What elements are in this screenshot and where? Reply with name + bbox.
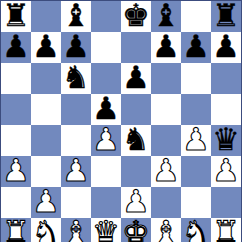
square-a3[interactable]: ♟ (1, 156, 31, 187)
square-d8[interactable] (91, 1, 121, 32)
square-b5[interactable] (31, 94, 61, 125)
piece-white-pawn[interactable]: ♟ (212, 155, 240, 186)
piece-white-pawn[interactable]: ♟ (62, 155, 90, 186)
piece-black-king[interactable]: ♚ (122, 0, 150, 31)
piece-black-pawn[interactable]: ♟ (2, 31, 30, 62)
square-h7[interactable]: ♟ (211, 32, 241, 63)
piece-white-rook[interactable]: ♜ (212, 217, 240, 242)
square-e6[interactable]: ♟ (121, 63, 151, 94)
piece-white-knight[interactable]: ♞ (32, 217, 60, 242)
square-b6[interactable] (31, 63, 61, 94)
piece-white-pawn[interactable]: ♟ (32, 186, 60, 217)
square-g3[interactable] (181, 156, 211, 187)
piece-white-pawn[interactable]: ♟ (122, 186, 150, 217)
square-f5[interactable] (151, 94, 181, 125)
square-b7[interactable]: ♟ (31, 32, 61, 63)
piece-black-queen[interactable]: ♛ (212, 124, 240, 155)
chess-board: ♜♝♚♝♜♟♟♟♟♟♟♞♟♟♟♞♟♛♟♟♟♟♟♟♜♞♝♛♚♝♞♜ (0, 0, 242, 242)
square-c3[interactable]: ♟ (61, 156, 91, 187)
square-h1[interactable]: ♜ (211, 218, 241, 242)
square-e8[interactable]: ♚ (121, 1, 151, 32)
piece-black-pawn[interactable]: ♟ (182, 31, 210, 62)
square-c1[interactable]: ♝ (61, 218, 91, 242)
square-d1[interactable]: ♛ (91, 218, 121, 242)
piece-white-pawn[interactable]: ♟ (2, 155, 30, 186)
square-d3[interactable] (91, 156, 121, 187)
square-c6[interactable]: ♞ (61, 63, 91, 94)
piece-black-bishop[interactable]: ♝ (152, 0, 180, 31)
square-e1[interactable]: ♚ (121, 218, 151, 242)
piece-white-bishop[interactable]: ♝ (152, 217, 180, 242)
square-g7[interactable]: ♟ (181, 32, 211, 63)
square-g6[interactable] (181, 63, 211, 94)
piece-black-pawn[interactable]: ♟ (62, 31, 90, 62)
square-g1[interactable]: ♞ (181, 218, 211, 242)
square-a6[interactable] (1, 63, 31, 94)
piece-black-pawn[interactable]: ♟ (32, 31, 60, 62)
piece-white-pawn[interactable]: ♟ (182, 124, 210, 155)
piece-white-knight[interactable]: ♞ (182, 217, 210, 242)
square-f1[interactable]: ♝ (151, 218, 181, 242)
piece-white-pawn[interactable]: ♟ (152, 155, 180, 186)
square-a1[interactable]: ♜ (1, 218, 31, 242)
piece-white-bishop[interactable]: ♝ (62, 217, 90, 242)
piece-black-pawn[interactable]: ♟ (122, 62, 150, 93)
piece-black-rook[interactable]: ♜ (2, 0, 30, 31)
piece-black-knight[interactable]: ♞ (62, 62, 90, 93)
piece-white-queen[interactable]: ♛ (92, 217, 120, 242)
square-d7[interactable] (91, 32, 121, 63)
piece-black-rook[interactable]: ♜ (212, 0, 240, 31)
square-f7[interactable]: ♟ (151, 32, 181, 63)
piece-black-knight[interactable]: ♞ (122, 124, 150, 155)
square-d4[interactable]: ♟ (91, 125, 121, 156)
square-c5[interactable] (61, 94, 91, 125)
square-a5[interactable] (1, 94, 31, 125)
square-e4[interactable]: ♞ (121, 125, 151, 156)
piece-white-rook[interactable]: ♜ (2, 217, 30, 242)
piece-black-pawn[interactable]: ♟ (212, 31, 240, 62)
square-f3[interactable]: ♟ (151, 156, 181, 187)
piece-black-pawn[interactable]: ♟ (152, 31, 180, 62)
piece-white-pawn[interactable]: ♟ (92, 124, 120, 155)
piece-black-bishop[interactable]: ♝ (62, 0, 90, 31)
square-f6[interactable] (151, 63, 181, 94)
square-h6[interactable] (211, 63, 241, 94)
square-g4[interactable]: ♟ (181, 125, 211, 156)
piece-white-king[interactable]: ♚ (122, 217, 150, 242)
piece-black-pawn[interactable]: ♟ (92, 93, 120, 124)
square-b1[interactable]: ♞ (31, 218, 61, 242)
square-b4[interactable] (31, 125, 61, 156)
square-h3[interactable]: ♟ (211, 156, 241, 187)
square-a7[interactable]: ♟ (1, 32, 31, 63)
